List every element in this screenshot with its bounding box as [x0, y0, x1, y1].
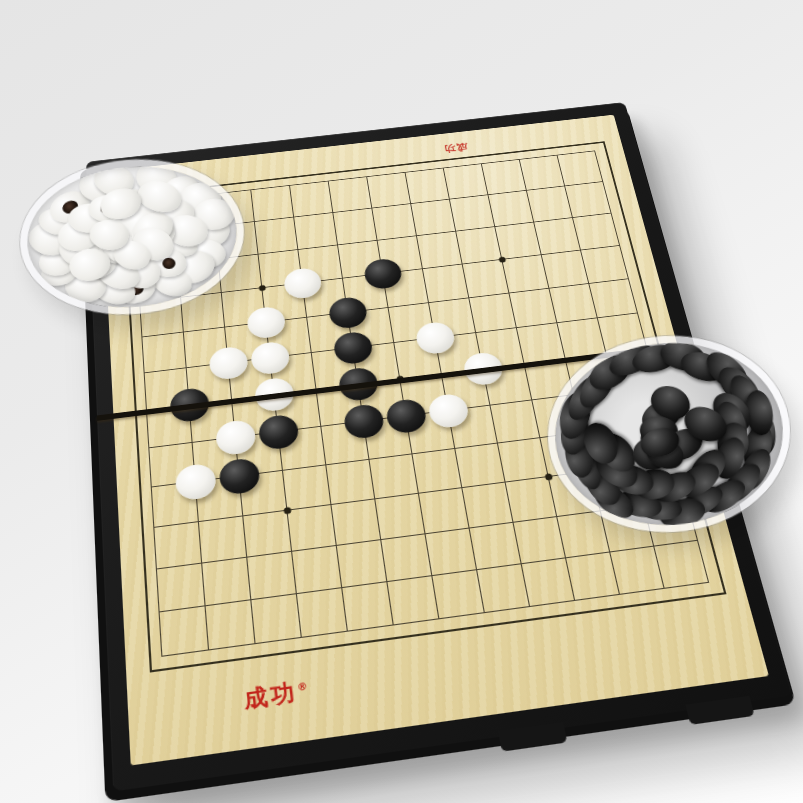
white-stone[interactable]: [427, 392, 471, 429]
brand-label-bottom: 成功®: [242, 674, 313, 715]
white-stone[interactable]: [283, 267, 323, 300]
white-stone[interactable]: [246, 305, 287, 339]
brand-text: 成功: [242, 679, 299, 714]
white-stone[interactable]: [215, 419, 257, 457]
brand-label-top: 成功: [441, 140, 469, 155]
white-stone[interactable]: [250, 340, 291, 375]
white-stone[interactable]: [414, 321, 457, 356]
black-stone[interactable]: [342, 403, 385, 440]
black-stone[interactable]: [327, 296, 368, 330]
scene: 成功 成功®: [0, 0, 803, 803]
black-stone[interactable]: [363, 257, 404, 290]
white-stone[interactable]: [175, 462, 217, 501]
case-clasp-tab: [498, 722, 567, 752]
black-stone[interactable]: [258, 413, 300, 451]
registered-mark: ®: [296, 680, 311, 693]
black-stone[interactable]: [332, 330, 374, 365]
white-stone[interactable]: [208, 345, 249, 381]
black-stone[interactable]: [385, 398, 429, 435]
case-clasp-tab: [685, 696, 754, 725]
black-stone[interactable]: [218, 457, 261, 496]
